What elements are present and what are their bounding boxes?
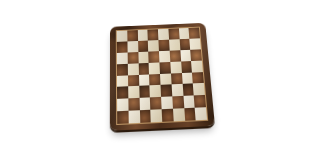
square-c4 bbox=[138, 74, 149, 86]
square-a7 bbox=[117, 41, 128, 52]
square-c2 bbox=[139, 98, 150, 111]
square-b7 bbox=[127, 41, 138, 52]
square-a2 bbox=[117, 99, 128, 112]
square-b1 bbox=[128, 110, 139, 123]
product-photo-background bbox=[0, 0, 160, 160]
square-b4 bbox=[128, 74, 139, 86]
square-a1 bbox=[117, 111, 128, 124]
square-d4 bbox=[149, 74, 160, 86]
square-c3 bbox=[139, 86, 150, 98]
square-a5 bbox=[117, 63, 128, 75]
square-e8 bbox=[158, 29, 160, 40]
square-a8 bbox=[117, 31, 127, 42]
square-a4 bbox=[117, 75, 128, 87]
square-d1 bbox=[151, 109, 160, 122]
square-e7 bbox=[158, 40, 160, 51]
square-b3 bbox=[128, 86, 139, 98]
square-b8 bbox=[127, 30, 138, 41]
square-c6 bbox=[138, 51, 149, 63]
square-d7 bbox=[148, 40, 159, 51]
square-b5 bbox=[128, 63, 139, 75]
square-d6 bbox=[148, 51, 159, 63]
square-a6 bbox=[117, 52, 128, 64]
square-c5 bbox=[138, 63, 149, 75]
square-c7 bbox=[138, 40, 149, 51]
square-e5 bbox=[159, 62, 160, 74]
square-c1 bbox=[139, 110, 151, 123]
square-e6 bbox=[159, 50, 160, 62]
chess-board bbox=[110, 23, 160, 131]
square-d5 bbox=[149, 62, 160, 74]
square-c8 bbox=[137, 30, 148, 41]
square-b2 bbox=[128, 98, 139, 111]
square-d2 bbox=[150, 97, 160, 110]
board-grid bbox=[116, 27, 160, 125]
square-d3 bbox=[150, 85, 160, 97]
square-d8 bbox=[148, 29, 159, 40]
square-b6 bbox=[127, 52, 138, 64]
square-a3 bbox=[117, 87, 128, 99]
